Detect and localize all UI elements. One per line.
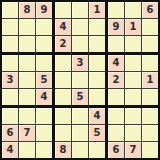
cell-r3c1[interactable]	[2, 36, 19, 55]
cell-r5c5[interactable]	[72, 72, 89, 89]
cell-r3c6[interactable]	[89, 36, 108, 55]
cell-r6c2[interactable]	[19, 89, 36, 108]
given-digit: 3	[7, 75, 14, 85]
given-digit: 6	[113, 145, 120, 155]
cell-r3c2[interactable]	[19, 36, 36, 55]
cell-r7c5[interactable]	[72, 108, 89, 125]
given-digit: 5	[94, 128, 101, 138]
given-digit: 1	[130, 22, 137, 32]
cell-r1c4[interactable]	[55, 2, 72, 19]
cell-r4c1[interactable]	[2, 55, 19, 72]
cell-r6c9[interactable]	[142, 89, 158, 108]
given-digit: 7	[24, 128, 31, 138]
cell-r9c9[interactable]	[142, 142, 158, 158]
given-digit: 4	[7, 145, 14, 155]
cell-r3c8[interactable]	[125, 36, 142, 55]
given-digit: 8	[60, 145, 67, 155]
cell-r8c5[interactable]	[72, 125, 89, 142]
cell-r2c7[interactable]: 9	[108, 19, 125, 36]
cell-r7c4[interactable]	[55, 108, 72, 125]
cell-r6c5[interactable]: 5	[72, 89, 89, 108]
cell-r5c6[interactable]	[89, 72, 108, 89]
cell-r8c1[interactable]: 6	[2, 125, 19, 142]
cell-r7c1[interactable]	[2, 108, 19, 125]
given-digit: 4	[94, 111, 101, 121]
cell-r1c8[interactable]	[125, 2, 142, 19]
given-digit: 4	[60, 22, 67, 32]
cell-r9c7[interactable]: 6	[108, 142, 125, 158]
cell-r3c3[interactable]	[36, 36, 55, 55]
cell-r6c3[interactable]: 4	[36, 89, 55, 108]
cell-r7c6[interactable]: 4	[89, 108, 108, 125]
cell-r8c2[interactable]: 7	[19, 125, 36, 142]
cell-r4c3[interactable]	[36, 55, 55, 72]
cell-r8c9[interactable]	[142, 125, 158, 142]
sudoku-board: 891649123435214546754867	[0, 0, 160, 160]
given-digit: 4	[113, 58, 120, 68]
cell-r7c9[interactable]	[142, 108, 158, 125]
cell-r4c6[interactable]	[89, 55, 108, 72]
cell-r1c9[interactable]: 6	[142, 2, 158, 19]
cell-r4c4[interactable]	[55, 55, 72, 72]
cell-r2c4[interactable]: 4	[55, 19, 72, 36]
given-digit: 7	[130, 145, 137, 155]
cell-r5c2[interactable]	[19, 72, 36, 89]
given-digit: 2	[60, 39, 67, 49]
cell-r5c7[interactable]: 2	[108, 72, 125, 89]
given-digit: 5	[77, 92, 84, 102]
cell-r9c1[interactable]: 4	[2, 142, 19, 158]
cell-r8c6[interactable]: 5	[89, 125, 108, 142]
cell-r6c8[interactable]	[125, 89, 142, 108]
given-digit: 9	[41, 5, 48, 15]
cell-r4c8[interactable]	[125, 55, 142, 72]
cell-r2c8[interactable]: 1	[125, 19, 142, 36]
cell-r2c1[interactable]	[2, 19, 19, 36]
cell-r1c7[interactable]	[108, 2, 125, 19]
cell-r2c9[interactable]	[142, 19, 158, 36]
cell-r6c6[interactable]	[89, 89, 108, 108]
cell-r6c1[interactable]	[2, 89, 19, 108]
cell-r9c4[interactable]: 8	[55, 142, 72, 158]
cell-r5c9[interactable]: 1	[142, 72, 158, 89]
cell-r1c3[interactable]: 9	[36, 2, 55, 19]
given-digit: 9	[113, 22, 120, 32]
cell-r9c8[interactable]: 7	[125, 142, 142, 158]
cell-r6c4[interactable]	[55, 89, 72, 108]
cell-r8c4[interactable]	[55, 125, 72, 142]
cell-r9c2[interactable]	[19, 142, 36, 158]
cell-r7c8[interactable]	[125, 108, 142, 125]
given-digit: 8	[24, 5, 31, 15]
given-digit: 2	[113, 75, 120, 85]
cell-r4c9[interactable]	[142, 55, 158, 72]
cell-r7c2[interactable]	[19, 108, 36, 125]
cell-r5c3[interactable]: 5	[36, 72, 55, 89]
cell-r1c1[interactable]	[2, 2, 19, 19]
cell-r5c8[interactable]	[125, 72, 142, 89]
cell-r3c5[interactable]	[72, 36, 89, 55]
given-digit: 1	[94, 5, 101, 15]
cell-r1c5[interactable]	[72, 2, 89, 19]
cell-r9c6[interactable]	[89, 142, 108, 158]
given-digit: 6	[7, 128, 14, 138]
cell-r9c3[interactable]	[36, 142, 55, 158]
cell-r2c2[interactable]	[19, 19, 36, 36]
cell-r8c8[interactable]	[125, 125, 142, 142]
cell-r3c4[interactable]: 2	[55, 36, 72, 55]
cell-r2c5[interactable]	[72, 19, 89, 36]
cell-r7c3[interactable]	[36, 108, 55, 125]
given-digit: 4	[41, 92, 48, 102]
cell-r4c5[interactable]: 3	[72, 55, 89, 72]
cell-r2c6[interactable]	[89, 19, 108, 36]
given-digit: 3	[77, 58, 84, 68]
cell-r8c3[interactable]	[36, 125, 55, 142]
cell-r2c3[interactable]	[36, 19, 55, 36]
cell-r9c5[interactable]	[72, 142, 89, 158]
cell-r1c6[interactable]: 1	[89, 2, 108, 19]
cell-r4c2[interactable]	[19, 55, 36, 72]
given-digit: 1	[147, 75, 154, 85]
cell-r4c7[interactable]: 4	[108, 55, 125, 72]
given-digit: 6	[147, 5, 154, 15]
cell-r6c7[interactable]	[108, 89, 125, 108]
cell-r3c7[interactable]	[108, 36, 125, 55]
cell-r5c4[interactable]	[55, 72, 72, 89]
cell-r3c9[interactable]	[142, 36, 158, 55]
cell-r1c2[interactable]: 8	[19, 2, 36, 19]
given-digit: 5	[41, 75, 48, 85]
cell-r7c7[interactable]	[108, 108, 125, 125]
cell-r5c1[interactable]: 3	[2, 72, 19, 89]
cell-r8c7[interactable]	[108, 125, 125, 142]
